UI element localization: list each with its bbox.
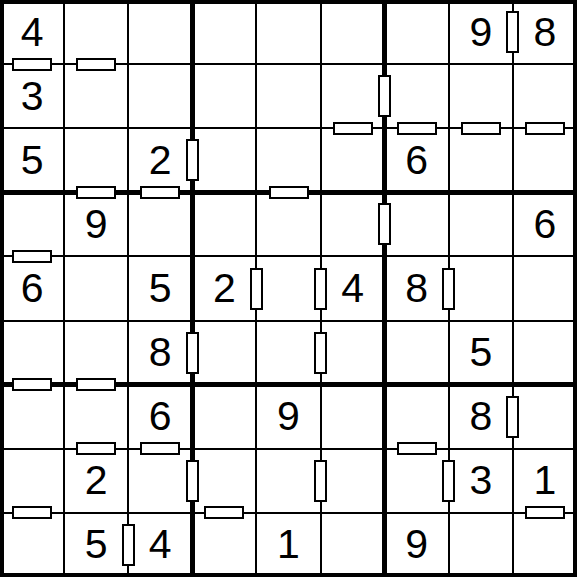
cell-r7c4[interactable] bbox=[192, 385, 256, 449]
cell-r5c3[interactable]: 5 bbox=[128, 256, 192, 320]
cell-r7c1[interactable] bbox=[0, 385, 64, 449]
given-digit: 8 bbox=[469, 396, 492, 437]
grid-line-vertical bbox=[63, 0, 65, 577]
given-digit: 5 bbox=[85, 524, 108, 565]
consecutive-marker-vertical bbox=[314, 268, 327, 310]
given-digit: 6 bbox=[534, 204, 557, 245]
consecutive-marker-horizontal bbox=[461, 122, 501, 135]
cell-r8c3[interactable] bbox=[128, 449, 192, 513]
cell-r5c8[interactable] bbox=[449, 256, 513, 320]
cell-r4c5[interactable] bbox=[256, 192, 320, 256]
cell-r5c1[interactable]: 6 bbox=[0, 256, 64, 320]
consecutive-marker-vertical bbox=[378, 203, 391, 245]
cell-r6c9[interactable] bbox=[513, 321, 577, 385]
cell-r3c3[interactable]: 2 bbox=[128, 128, 192, 192]
cell-r9c3[interactable]: 4 bbox=[128, 513, 192, 577]
cell-r8c4[interactable] bbox=[192, 449, 256, 513]
cell-r9c6[interactable] bbox=[321, 513, 385, 577]
given-digit: 8 bbox=[405, 268, 428, 309]
cell-r7c2[interactable] bbox=[64, 385, 128, 449]
cell-r3c5[interactable] bbox=[256, 128, 320, 192]
cell-r6c7[interactable] bbox=[385, 321, 449, 385]
cell-r3c9[interactable] bbox=[513, 128, 577, 192]
given-digit: 1 bbox=[534, 460, 557, 501]
consecutive-marker-horizontal bbox=[525, 506, 565, 519]
cell-r5c9[interactable] bbox=[513, 256, 577, 320]
grid-line-horizontal bbox=[0, 573, 577, 577]
given-digit: 1 bbox=[277, 524, 300, 565]
cell-r1c8[interactable]: 9 bbox=[449, 0, 513, 64]
given-digit: 9 bbox=[277, 396, 300, 437]
consecutive-marker-horizontal bbox=[397, 442, 437, 455]
consecutive-marker-horizontal bbox=[140, 442, 180, 455]
cell-r3c4[interactable] bbox=[192, 128, 256, 192]
consecutive-marker-horizontal bbox=[12, 250, 52, 263]
given-digit: 3 bbox=[469, 460, 492, 501]
cell-r8c8[interactable]: 3 bbox=[449, 449, 513, 513]
consecutive-marker-vertical bbox=[186, 332, 199, 374]
cell-r1c1[interactable]: 4 bbox=[0, 0, 64, 64]
given-digit: 5 bbox=[149, 268, 172, 309]
given-digit: 4 bbox=[21, 12, 44, 53]
cell-r4c9[interactable]: 6 bbox=[513, 192, 577, 256]
consecutive-marker-horizontal bbox=[333, 122, 373, 135]
given-digit: 2 bbox=[149, 140, 172, 181]
consecutive-marker-horizontal bbox=[76, 58, 116, 71]
cell-r8c5[interactable] bbox=[256, 449, 320, 513]
cell-r6c2[interactable] bbox=[64, 321, 128, 385]
consecutive-marker-vertical bbox=[186, 460, 199, 502]
given-digit: 4 bbox=[149, 524, 172, 565]
consecutive-marker-vertical bbox=[506, 11, 519, 53]
cell-r8c6[interactable] bbox=[321, 449, 385, 513]
given-digit: 5 bbox=[469, 332, 492, 373]
given-digit: 9 bbox=[405, 524, 428, 565]
cell-r8c1[interactable] bbox=[0, 449, 64, 513]
consecutive-marker-vertical bbox=[378, 75, 391, 117]
given-digit: 6 bbox=[149, 396, 172, 437]
given-digit: 2 bbox=[213, 268, 236, 309]
cell-r1c2[interactable] bbox=[64, 0, 128, 64]
cell-r1c5[interactable] bbox=[256, 0, 320, 64]
cell-r1c9[interactable]: 8 bbox=[513, 0, 577, 64]
cell-r7c3[interactable]: 6 bbox=[128, 385, 192, 449]
consecutive-marker-horizontal bbox=[397, 122, 437, 135]
consecutive-marker-vertical bbox=[442, 268, 455, 310]
sudoku-board: 49835269665248856982315419 bbox=[0, 0, 577, 577]
cell-r8c7[interactable] bbox=[385, 449, 449, 513]
consecutive-marker-horizontal bbox=[76, 186, 116, 199]
grid-line-horizontal bbox=[0, 255, 577, 257]
cell-r7c7[interactable] bbox=[385, 385, 449, 449]
consecutive-marker-horizontal bbox=[525, 122, 565, 135]
cell-r2c3[interactable] bbox=[128, 64, 192, 128]
grid-line-horizontal bbox=[0, 0, 577, 4]
cell-r6c5[interactable] bbox=[256, 321, 320, 385]
cell-r1c7[interactable] bbox=[385, 0, 449, 64]
given-digit: 2 bbox=[85, 460, 108, 501]
cell-r4c4[interactable] bbox=[192, 192, 256, 256]
cell-r2c9[interactable] bbox=[513, 64, 577, 128]
cell-r4c7[interactable] bbox=[385, 192, 449, 256]
consecutive-marker-horizontal bbox=[140, 186, 180, 199]
grid-line-vertical bbox=[0, 0, 4, 577]
cell-r6c1[interactable] bbox=[0, 321, 64, 385]
cell-r4c2[interactable]: 9 bbox=[64, 192, 128, 256]
consecutive-marker-vertical bbox=[250, 268, 263, 310]
given-digit: 9 bbox=[85, 204, 108, 245]
given-digit: 9 bbox=[469, 12, 492, 53]
cell-r9c2[interactable]: 5 bbox=[64, 513, 128, 577]
given-digit: 8 bbox=[149, 332, 172, 373]
consecutive-marker-vertical bbox=[506, 396, 519, 438]
cell-r4c3[interactable] bbox=[128, 192, 192, 256]
cell-r6c3[interactable]: 8 bbox=[128, 321, 192, 385]
consecutive-marker-horizontal bbox=[269, 186, 309, 199]
consecutive-marker-horizontal bbox=[76, 378, 116, 391]
cell-r8c2[interactable]: 2 bbox=[64, 449, 128, 513]
cell-r3c2[interactable] bbox=[64, 128, 128, 192]
cell-r6c8[interactable]: 5 bbox=[449, 321, 513, 385]
given-digit: 3 bbox=[21, 76, 44, 117]
given-digit: 5 bbox=[21, 140, 44, 181]
cell-r4c8[interactable] bbox=[449, 192, 513, 256]
cell-r1c3[interactable] bbox=[128, 0, 192, 64]
consecutive-marker-horizontal bbox=[76, 442, 116, 455]
grid-line-vertical bbox=[573, 0, 577, 577]
consecutive-marker-horizontal bbox=[12, 58, 52, 71]
cell-r5c7[interactable]: 8 bbox=[385, 256, 449, 320]
cell-r1c4[interactable] bbox=[192, 0, 256, 64]
cell-r5c5[interactable] bbox=[256, 256, 320, 320]
cell-r3c7[interactable]: 6 bbox=[385, 128, 449, 192]
consecutive-marker-horizontal bbox=[204, 506, 244, 519]
consecutive-marker-vertical bbox=[186, 139, 199, 181]
grid-line-vertical bbox=[512, 0, 514, 577]
cell-r5c6[interactable]: 4 bbox=[321, 256, 385, 320]
consecutive-marker-vertical bbox=[442, 460, 455, 502]
consecutive-marker-horizontal bbox=[12, 506, 52, 519]
cell-r7c8[interactable]: 8 bbox=[449, 385, 513, 449]
cell-r8c9[interactable]: 1 bbox=[513, 449, 577, 513]
cell-r2c2[interactable] bbox=[64, 64, 128, 128]
cell-r6c4[interactable] bbox=[192, 321, 256, 385]
cell-r7c6[interactable] bbox=[321, 385, 385, 449]
cell-r2c8[interactable] bbox=[449, 64, 513, 128]
given-digit: 8 bbox=[534, 12, 557, 53]
cell-r9c7[interactable]: 9 bbox=[385, 513, 449, 577]
cell-r5c4[interactable]: 2 bbox=[192, 256, 256, 320]
cell-r6c6[interactable] bbox=[321, 321, 385, 385]
consecutive-marker-vertical bbox=[314, 332, 327, 374]
cell-r2c5[interactable] bbox=[256, 64, 320, 128]
given-digit: 6 bbox=[405, 140, 428, 181]
cell-r3c8[interactable] bbox=[449, 128, 513, 192]
consecutive-marker-horizontal bbox=[12, 378, 52, 391]
cell-r4c1[interactable] bbox=[0, 192, 64, 256]
cell-r9c9[interactable] bbox=[513, 513, 577, 577]
cell-r4c6[interactable] bbox=[321, 192, 385, 256]
grid-line-horizontal bbox=[0, 320, 577, 322]
cell-r7c9[interactable] bbox=[513, 385, 577, 449]
consecutive-marker-vertical bbox=[122, 524, 135, 566]
cell-r9c4[interactable] bbox=[192, 513, 256, 577]
cell-r2c1[interactable]: 3 bbox=[0, 64, 64, 128]
cell-r3c1[interactable]: 5 bbox=[0, 128, 64, 192]
given-digit: 4 bbox=[341, 268, 364, 309]
cell-r3c6[interactable] bbox=[321, 128, 385, 192]
consecutive-marker-vertical bbox=[314, 460, 327, 502]
grid-line-vertical bbox=[127, 0, 129, 577]
cell-r2c6[interactable] bbox=[321, 64, 385, 128]
cell-r7c5[interactable]: 9 bbox=[256, 385, 320, 449]
cell-r9c8[interactable] bbox=[449, 513, 513, 577]
given-digit: 6 bbox=[21, 268, 44, 309]
cell-r9c1[interactable] bbox=[0, 513, 64, 577]
cell-r5c2[interactable] bbox=[64, 256, 128, 320]
cell-r2c7[interactable] bbox=[385, 64, 449, 128]
cell-r1c6[interactable] bbox=[321, 0, 385, 64]
cell-r9c5[interactable]: 1 bbox=[256, 513, 320, 577]
grid-line-horizontal bbox=[0, 512, 577, 514]
cell-r2c4[interactable] bbox=[192, 64, 256, 128]
